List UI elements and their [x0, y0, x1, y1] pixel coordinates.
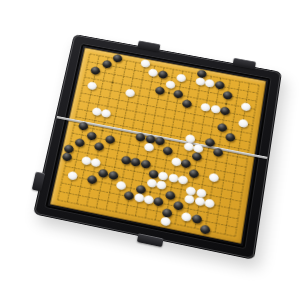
black-stone[interactable] [78, 121, 89, 131]
white-stone[interactable] [140, 59, 151, 68]
white-stone[interactable] [143, 143, 154, 153]
black-stone[interactable] [62, 152, 73, 162]
black-stone[interactable] [87, 175, 98, 185]
white-stone[interactable] [160, 216, 171, 226]
white-stone[interactable] [183, 142, 194, 152]
black-stone[interactable] [213, 147, 224, 157]
black-stone[interactable] [98, 168, 109, 178]
black-stone[interactable] [217, 123, 228, 133]
white-stone[interactable] [238, 118, 249, 128]
white-stone[interactable] [171, 157, 182, 167]
black-stone[interactable] [154, 86, 165, 95]
white-stone[interactable] [67, 171, 78, 181]
black-stone[interactable] [90, 66, 101, 75]
black-stone[interactable] [225, 133, 236, 143]
black-stone[interactable] [121, 155, 132, 165]
white-stone[interactable] [168, 173, 179, 183]
black-stone[interactable] [164, 190, 175, 200]
white-stone[interactable] [143, 195, 154, 205]
black-stone[interactable] [124, 191, 135, 201]
stones-layer [50, 47, 267, 243]
black-stone[interactable] [173, 89, 184, 98]
white-stone[interactable] [116, 181, 127, 191]
black-stone[interactable] [220, 106, 231, 116]
white-stone[interactable] [181, 212, 192, 222]
white-stone[interactable] [177, 175, 188, 185]
black-stone[interactable] [154, 136, 165, 146]
white-stone[interactable] [200, 103, 211, 113]
white-stone[interactable] [156, 180, 167, 190]
black-stone[interactable] [112, 54, 123, 63]
white-stone[interactable] [208, 173, 219, 183]
magnetic-go-set [33, 34, 282, 260]
white-stone[interactable] [133, 193, 144, 203]
white-stone[interactable] [210, 105, 221, 115]
white-stone[interactable] [87, 82, 98, 91]
white-stone[interactable] [165, 80, 176, 89]
black-stone[interactable] [153, 197, 164, 207]
latch-tab[interactable] [137, 233, 164, 247]
black-stone[interactable] [204, 137, 215, 147]
white-stone[interactable] [176, 74, 187, 83]
white-stone[interactable] [204, 198, 215, 208]
black-stone[interactable] [214, 81, 225, 90]
latch-tab[interactable] [32, 172, 45, 192]
black-stone[interactable] [105, 135, 116, 145]
white-stone[interactable] [194, 196, 205, 206]
white-stone[interactable] [195, 77, 206, 86]
black-stone[interactable] [86, 131, 97, 141]
white-stone[interactable] [205, 79, 216, 88]
black-stone[interactable] [222, 90, 233, 99]
photo-background [0, 0, 300, 300]
hinge-clip[interactable] [137, 40, 160, 51]
black-stone[interactable] [101, 60, 112, 69]
black-stone[interactable] [94, 141, 105, 151]
white-stone[interactable] [91, 107, 102, 117]
white-stone[interactable] [240, 102, 251, 112]
black-stone[interactable] [173, 201, 184, 211]
white-stone[interactable] [184, 194, 195, 204]
black-stone[interactable] [191, 214, 202, 224]
black-stone[interactable] [157, 70, 168, 79]
black-stone[interactable] [135, 132, 146, 142]
white-stone[interactable] [90, 158, 101, 168]
black-stone[interactable] [163, 146, 174, 156]
white-stone[interactable] [147, 178, 158, 188]
black-stone[interactable] [189, 169, 200, 179]
white-stone[interactable] [148, 68, 159, 77]
black-stone[interactable] [75, 138, 86, 148]
black-stone[interactable] [200, 224, 211, 235]
white-stone[interactable] [81, 156, 92, 166]
white-stone[interactable] [124, 89, 135, 98]
black-stone[interactable] [130, 157, 141, 167]
black-stone[interactable] [108, 170, 119, 180]
black-stone[interactable] [180, 158, 191, 168]
hinge-clip[interactable] [233, 58, 256, 70]
black-stone[interactable] [181, 99, 192, 109]
black-stone[interactable] [140, 159, 151, 169]
black-stone[interactable] [192, 152, 203, 162]
white-stone[interactable] [101, 109, 112, 119]
